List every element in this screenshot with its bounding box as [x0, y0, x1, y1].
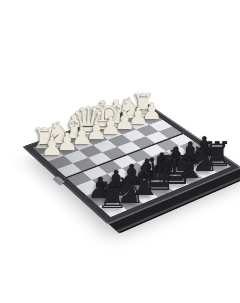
chessboard-case: [22, 103, 240, 224]
chessboard-scene: [51, 78, 209, 236]
product-photo: ♜♞♝♛♚♝♞♜♟♟♟♟♟♟♟♟♟♟♟♟♟♟♟♟♜♞♝♛♚♝♞♜: [0, 0, 240, 303]
chessboard: [33, 108, 231, 217]
